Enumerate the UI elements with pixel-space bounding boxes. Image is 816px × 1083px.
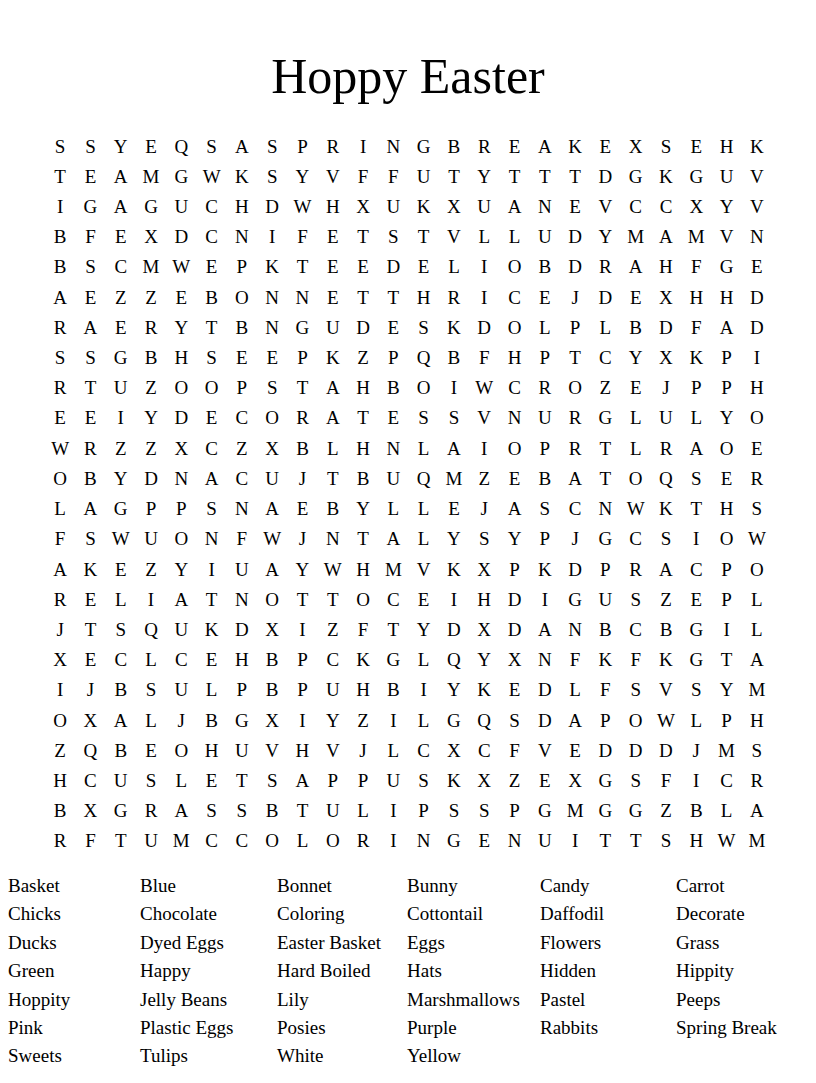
grid-cell-f12: A — [196, 463, 226, 493]
grid-cell-j3: H — [318, 191, 348, 221]
grid-cell-t16: S — [621, 584, 651, 614]
grid-cell-n24: G — [439, 826, 469, 856]
word-list-item: Ducks — [8, 929, 70, 957]
grid-cell-d14: U — [136, 524, 166, 554]
grid-cell-w13: H — [711, 494, 741, 524]
grid-cell-r6: J — [560, 282, 590, 312]
grid-cell-r4: D — [560, 222, 590, 252]
grid-cell-t14: C — [621, 524, 651, 554]
grid-cell-t7: B — [621, 312, 651, 342]
grid-cell-s4: Y — [590, 222, 620, 252]
grid-cell-c21: B — [106, 735, 136, 765]
grid-cell-u23: Z — [651, 796, 681, 826]
grid-cell-e7: Y — [166, 312, 196, 342]
grid-cell-g22: T — [227, 765, 257, 795]
grid-cell-c15: E — [106, 554, 136, 584]
grid-cell-r17: N — [560, 614, 590, 644]
grid-cell-v1: E — [681, 131, 711, 161]
grid-cell-u13: K — [651, 494, 681, 524]
grid-cell-r9: O — [560, 373, 590, 403]
grid-cell-q4: U — [530, 222, 560, 252]
grid-cell-h4: I — [257, 222, 287, 252]
grid-cell-x18: A — [742, 645, 772, 675]
grid-cell-f9: O — [196, 373, 226, 403]
grid-cell-f10: E — [196, 403, 226, 433]
grid-cell-t6: E — [621, 282, 651, 312]
grid-cell-j13: B — [318, 494, 348, 524]
grid-cell-v24: H — [681, 826, 711, 856]
grid-cell-r12: A — [560, 463, 590, 493]
grid-cell-b15: K — [75, 554, 105, 584]
grid-cell-u10: U — [651, 403, 681, 433]
grid-cell-m16: E — [408, 584, 438, 614]
grid-cell-b13: A — [75, 494, 105, 524]
grid-cell-g15: U — [227, 554, 257, 584]
grid-cell-h12: U — [257, 463, 287, 493]
grid-cell-n22: K — [439, 765, 469, 795]
grid-cell-p24: N — [499, 826, 529, 856]
grid-cell-i1: P — [287, 131, 317, 161]
grid-cell-h24: O — [257, 826, 287, 856]
grid-cell-j19: U — [318, 675, 348, 705]
grid-cell-s16: U — [590, 584, 620, 614]
grid-cell-u2: K — [651, 161, 681, 191]
grid-cell-u1: S — [651, 131, 681, 161]
grid-cell-p21: F — [499, 735, 529, 765]
grid-cell-k22: P — [348, 765, 378, 795]
grid-cell-e22: L — [166, 765, 196, 795]
grid-cell-u12: Q — [651, 463, 681, 493]
grid-cell-o15: X — [469, 554, 499, 584]
grid-cell-e23: A — [166, 796, 196, 826]
grid-cell-m13: L — [408, 494, 438, 524]
grid-cell-g13: N — [227, 494, 257, 524]
grid-cell-v18: G — [681, 645, 711, 675]
grid-cell-f17: K — [196, 614, 226, 644]
grid-cell-s18: K — [590, 645, 620, 675]
word-bank-column-1: BasketChicksDucksGreenHoppityPinkSweets — [8, 872, 70, 1071]
grid-cell-u7: D — [651, 312, 681, 342]
grid-cell-p2: T — [499, 161, 529, 191]
grid-cell-r8: T — [560, 342, 590, 372]
grid-cell-h21: V — [257, 735, 287, 765]
grid-cell-p22: Z — [499, 765, 529, 795]
word-list-item: Eggs — [407, 929, 520, 957]
grid-cell-o10: V — [469, 403, 499, 433]
grid-cell-g24: C — [227, 826, 257, 856]
grid-cell-h6: N — [257, 282, 287, 312]
grid-cell-t17: C — [621, 614, 651, 644]
grid-cell-v19: S — [681, 675, 711, 705]
grid-cell-t4: M — [621, 222, 651, 252]
grid-cell-i9: T — [287, 373, 317, 403]
grid-cell-t24: T — [621, 826, 651, 856]
grid-cell-h9: S — [257, 373, 287, 403]
grid-cell-m1: G — [408, 131, 438, 161]
grid-cell-q22: E — [530, 765, 560, 795]
grid-cell-d24: U — [136, 826, 166, 856]
grid-cell-i20: I — [287, 705, 317, 735]
grid-cell-w14: O — [711, 524, 741, 554]
word-list-item: Chocolate — [140, 900, 233, 928]
grid-cell-d22: S — [136, 765, 166, 795]
grid-cell-o20: Q — [469, 705, 499, 735]
grid-cell-j1: R — [318, 131, 348, 161]
grid-cell-i14: J — [287, 524, 317, 554]
grid-cell-i8: P — [287, 342, 317, 372]
grid-cell-c13: G — [106, 494, 136, 524]
word-list-item: Rabbits — [540, 1014, 604, 1042]
grid-cell-h2: S — [257, 161, 287, 191]
word-list-item: Daffodil — [540, 900, 604, 928]
grid-cell-s13: N — [590, 494, 620, 524]
grid-cell-v22: I — [681, 765, 711, 795]
grid-cell-t10: L — [621, 403, 651, 433]
grid-cell-f23: S — [196, 796, 226, 826]
grid-cell-r3: E — [560, 191, 590, 221]
grid-cell-v8: K — [681, 342, 711, 372]
grid-cell-n21: X — [439, 735, 469, 765]
grid-cell-o19: K — [469, 675, 499, 705]
grid-cell-w15: P — [711, 554, 741, 584]
grid-cell-s9: Z — [590, 373, 620, 403]
grid-cell-a11: W — [45, 433, 75, 463]
grid-cell-b14: S — [75, 524, 105, 554]
grid-cell-f19: L — [196, 675, 226, 705]
grid-cell-v10: L — [681, 403, 711, 433]
grid-cell-q12: B — [530, 463, 560, 493]
word-list-item: Grass — [676, 929, 777, 957]
grid-cell-j7: U — [318, 312, 348, 342]
grid-cell-f16: T — [196, 584, 226, 614]
grid-cell-r13: C — [560, 494, 590, 524]
grid-cell-g16: N — [227, 584, 257, 614]
grid-cell-q17: A — [530, 614, 560, 644]
grid-cell-g5: P — [227, 252, 257, 282]
grid-cell-i22: A — [287, 765, 317, 795]
grid-cell-u15: A — [651, 554, 681, 584]
grid-cell-u18: K — [651, 645, 681, 675]
grid-cell-n7: K — [439, 312, 469, 342]
grid-cell-n5: L — [439, 252, 469, 282]
grid-cell-e24: M — [166, 826, 196, 856]
grid-cell-n15: K — [439, 554, 469, 584]
grid-cell-j4: E — [318, 222, 348, 252]
grid-cell-m18: L — [408, 645, 438, 675]
grid-cell-q10: U — [530, 403, 560, 433]
grid-cell-x7: D — [742, 312, 772, 342]
grid-cell-v17: G — [681, 614, 711, 644]
grid-cell-e9: O — [166, 373, 196, 403]
grid-cell-r1: K — [560, 131, 590, 161]
grid-cell-c3: A — [106, 191, 136, 221]
word-bank-column-6: CarrotDecorateGrassHippityPeepsSpring Br… — [676, 872, 777, 1042]
grid-cell-l15: M — [378, 554, 408, 584]
word-list-item: Candy — [540, 872, 604, 900]
grid-cell-a3: I — [45, 191, 75, 221]
grid-cell-v16: E — [681, 584, 711, 614]
grid-cell-a14: F — [45, 524, 75, 554]
grid-cell-q7: L — [530, 312, 560, 342]
word-list-item: White — [277, 1042, 381, 1070]
grid-cell-u17: B — [651, 614, 681, 644]
grid-cell-e12: N — [166, 463, 196, 493]
grid-cell-d17: Q — [136, 614, 166, 644]
grid-cell-j22: P — [318, 765, 348, 795]
grid-cell-g20: G — [227, 705, 257, 735]
grid-cell-o12: Z — [469, 463, 499, 493]
grid-cell-a20: O — [45, 705, 75, 735]
grid-cell-p4: L — [499, 222, 529, 252]
grid-cell-a18: X — [45, 645, 75, 675]
grid-cell-d8: B — [136, 342, 166, 372]
grid-cell-l13: L — [378, 494, 408, 524]
grid-cell-h11: X — [257, 433, 287, 463]
grid-cell-j18: C — [318, 645, 348, 675]
grid-cell-s17: B — [590, 614, 620, 644]
grid-cell-s14: G — [590, 524, 620, 554]
grid-cell-g11: Z — [227, 433, 257, 463]
grid-cell-o8: F — [469, 342, 499, 372]
grid-cell-j17: Z — [318, 614, 348, 644]
grid-cell-p5: O — [499, 252, 529, 282]
grid-cell-t22: S — [621, 765, 651, 795]
grid-cell-m2: U — [408, 161, 438, 191]
grid-cell-w21: M — [711, 735, 741, 765]
grid-cell-h14: W — [257, 524, 287, 554]
grid-cell-d21: E — [136, 735, 166, 765]
grid-cell-q6: E — [530, 282, 560, 312]
grid-cell-l20: I — [378, 705, 408, 735]
grid-cell-s22: G — [590, 765, 620, 795]
grid-cell-e1: Q — [166, 131, 196, 161]
grid-cell-q21: V — [530, 735, 560, 765]
grid-cell-l23: I — [378, 796, 408, 826]
grid-cell-c12: Y — [106, 463, 136, 493]
grid-cell-f7: T — [196, 312, 226, 342]
grid-cell-h15: A — [257, 554, 287, 584]
grid-cell-r20: A — [560, 705, 590, 735]
grid-cell-s5: R — [590, 252, 620, 282]
grid-cell-u4: A — [651, 222, 681, 252]
grid-cell-q24: U — [530, 826, 560, 856]
grid-cell-q9: R — [530, 373, 560, 403]
grid-cell-i23: T — [287, 796, 317, 826]
grid-cell-i7: G — [287, 312, 317, 342]
grid-cell-f8: S — [196, 342, 226, 372]
grid-cell-x17: L — [742, 614, 772, 644]
grid-cell-l8: P — [378, 342, 408, 372]
grid-cell-j11: L — [318, 433, 348, 463]
grid-cell-c9: U — [106, 373, 136, 403]
grid-cell-w2: U — [711, 161, 741, 191]
grid-cell-a23: B — [45, 796, 75, 826]
word-list-item: Easter Basket — [277, 929, 381, 957]
grid-cell-c17: S — [106, 614, 136, 644]
grid-cell-v5: F — [681, 252, 711, 282]
grid-cell-r15: D — [560, 554, 590, 584]
grid-cell-a2: T — [45, 161, 75, 191]
word-list-item: Hidden — [540, 957, 604, 985]
grid-cell-e2: G — [166, 161, 196, 191]
grid-cell-k4: T — [348, 222, 378, 252]
grid-cell-s12: T — [590, 463, 620, 493]
grid-cell-q3: N — [530, 191, 560, 221]
word-bank-column-3: BonnetColoringEaster BasketHard BoiledLi… — [277, 872, 381, 1071]
word-list-item: Hard Boiled — [277, 957, 381, 985]
word-list-item: Cottontail — [407, 900, 520, 928]
grid-cell-o13: J — [469, 494, 499, 524]
word-list-item: Sweets — [8, 1042, 70, 1070]
grid-cell-e17: U — [166, 614, 196, 644]
grid-cell-w4: V — [711, 222, 741, 252]
grid-cell-f21: H — [196, 735, 226, 765]
grid-cell-d7: R — [136, 312, 166, 342]
grid-cell-b5: S — [75, 252, 105, 282]
word-list-item: Tulips — [140, 1042, 233, 1070]
grid-cell-u6: X — [651, 282, 681, 312]
grid-cell-p3: A — [499, 191, 529, 221]
grid-cell-m20: L — [408, 705, 438, 735]
grid-cell-e10: D — [166, 403, 196, 433]
grid-cell-t2: G — [621, 161, 651, 191]
grid-cell-h8: E — [257, 342, 287, 372]
grid-cell-w8: P — [711, 342, 741, 372]
grid-cell-w5: G — [711, 252, 741, 282]
grid-cell-v4: M — [681, 222, 711, 252]
grid-cell-j8: K — [318, 342, 348, 372]
grid-cell-x10: O — [742, 403, 772, 433]
grid-cell-n20: G — [439, 705, 469, 735]
grid-cell-x19: M — [742, 675, 772, 705]
grid-cell-k21: J — [348, 735, 378, 765]
grid-cell-n19: Y — [439, 675, 469, 705]
grid-cell-o6: I — [469, 282, 499, 312]
grid-cell-o21: C — [469, 735, 499, 765]
grid-cell-d6: Z — [136, 282, 166, 312]
grid-cell-s1: E — [590, 131, 620, 161]
grid-cell-v21: J — [681, 735, 711, 765]
puzzle-title: Hoppy Easter — [0, 48, 816, 104]
grid-cell-i11: B — [287, 433, 317, 463]
grid-cell-b20: X — [75, 705, 105, 735]
grid-cell-e3: U — [166, 191, 196, 221]
grid-cell-r7: P — [560, 312, 590, 342]
grid-cell-h22: S — [257, 765, 287, 795]
grid-cell-s10: G — [590, 403, 620, 433]
grid-cell-a13: L — [45, 494, 75, 524]
grid-cell-c8: G — [106, 342, 136, 372]
grid-cell-r14: J — [560, 524, 590, 554]
grid-cell-u8: X — [651, 342, 681, 372]
grid-cell-m21: C — [408, 735, 438, 765]
grid-cell-s19: F — [590, 675, 620, 705]
grid-cell-m15: V — [408, 554, 438, 584]
grid-cell-n2: T — [439, 161, 469, 191]
word-bank: BasketChicksDucksGreenHoppityPinkSweets … — [0, 872, 816, 1072]
grid-cell-b10: E — [75, 403, 105, 433]
grid-cell-m9: O — [408, 373, 438, 403]
grid-cell-u24: S — [651, 826, 681, 856]
grid-cell-t5: A — [621, 252, 651, 282]
grid-cell-a22: H — [45, 765, 75, 795]
grid-cell-u20: W — [651, 705, 681, 735]
letter-grid: SSYEQSASPRINGBREAKEXSEHKTEAMGWKSYVFFUTYT… — [45, 131, 772, 856]
grid-cell-b16: E — [75, 584, 105, 614]
grid-cell-g21: U — [227, 735, 257, 765]
grid-cell-k24: R — [348, 826, 378, 856]
grid-cell-h7: N — [257, 312, 287, 342]
grid-cell-e16: A — [166, 584, 196, 614]
grid-cell-l4: S — [378, 222, 408, 252]
grid-cell-n8: B — [439, 342, 469, 372]
grid-cell-l3: U — [378, 191, 408, 221]
grid-cell-q14: P — [530, 524, 560, 554]
grid-cell-j21: V — [318, 735, 348, 765]
grid-cell-l21: L — [378, 735, 408, 765]
grid-cell-b21: Q — [75, 735, 105, 765]
grid-cell-t18: F — [621, 645, 651, 675]
grid-cell-w11: O — [711, 433, 741, 463]
grid-cell-g8: E — [227, 342, 257, 372]
grid-cell-s24: T — [590, 826, 620, 856]
word-bank-column-4: BunnyCottontailEggsHatsMarshmallowsPurpl… — [407, 872, 520, 1071]
grid-cell-l6: T — [378, 282, 408, 312]
grid-cell-k6: T — [348, 282, 378, 312]
grid-cell-l2: F — [378, 161, 408, 191]
grid-cell-s2: D — [590, 161, 620, 191]
grid-cell-g10: C — [227, 403, 257, 433]
grid-cell-r24: I — [560, 826, 590, 856]
grid-cell-e14: O — [166, 524, 196, 554]
grid-cell-f11: C — [196, 433, 226, 463]
grid-cell-l22: U — [378, 765, 408, 795]
grid-cell-c2: A — [106, 161, 136, 191]
grid-cell-i5: T — [287, 252, 317, 282]
grid-cell-u21: D — [651, 735, 681, 765]
grid-cell-m11: L — [408, 433, 438, 463]
grid-cell-c24: T — [106, 826, 136, 856]
grid-cell-a16: R — [45, 584, 75, 614]
grid-cell-w6: H — [711, 282, 741, 312]
grid-cell-u9: J — [651, 373, 681, 403]
grid-cell-o7: D — [469, 312, 499, 342]
grid-cell-n1: B — [439, 131, 469, 161]
grid-cell-x5: E — [742, 252, 772, 282]
grid-cell-f24: C — [196, 826, 226, 856]
word-bank-column-2: BlueChocolateDyed EggsHappyJelly BeansPl… — [140, 872, 233, 1071]
grid-cell-h1: S — [257, 131, 287, 161]
grid-cell-q8: P — [530, 342, 560, 372]
grid-cell-k15: H — [348, 554, 378, 584]
grid-cell-w20: P — [711, 705, 741, 735]
grid-cell-d16: I — [136, 584, 166, 614]
grid-cell-v11: A — [681, 433, 711, 463]
grid-cell-j14: N — [318, 524, 348, 554]
grid-cell-r2: T — [560, 161, 590, 191]
grid-cell-j12: T — [318, 463, 348, 493]
grid-cell-l16: C — [378, 584, 408, 614]
grid-cell-h16: O — [257, 584, 287, 614]
word-list-item: Happy — [140, 957, 233, 985]
grid-cell-v7: F — [681, 312, 711, 342]
grid-cell-k16: O — [348, 584, 378, 614]
grid-cell-c5: C — [106, 252, 136, 282]
grid-cell-x8: I — [742, 342, 772, 372]
grid-cell-d20: L — [136, 705, 166, 735]
grid-cell-d3: G — [136, 191, 166, 221]
grid-cell-o5: I — [469, 252, 499, 282]
